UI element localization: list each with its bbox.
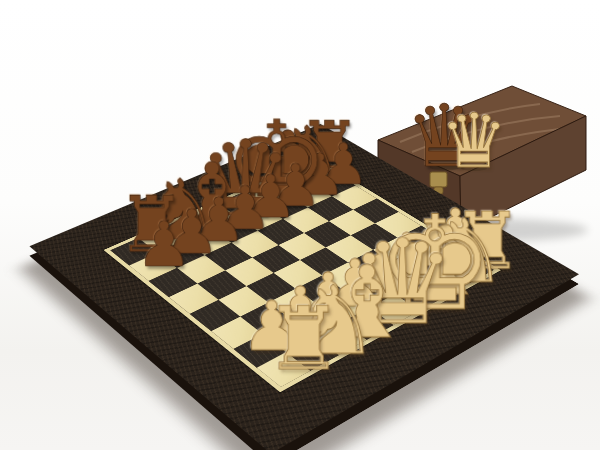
square-e2: ♟: [345, 278, 395, 308]
piece-dark-bishop: ♝: [250, 121, 282, 206]
piece-dark-king: ♚: [224, 105, 256, 221]
board-scene: ♜♞♝♛♚♝♞♜♟♟♟♟♟♟♟♟♟♟♟♟♟♟♟♟♜♞♝♛♚♝♞♜: [0, 0, 600, 450]
square-d4: [274, 260, 323, 289]
square-c7: ♟: [185, 228, 232, 255]
piece-dark-rook: ♜: [298, 112, 329, 182]
piece-dark-rook: ♜: [117, 186, 151, 263]
chess-set-product-photo: ♛ ♛ ♜♞♝♛♚♝♞♜♟♟♟♟♟♟♟♟♟♟♟♟♟♟♟♟♜♞♝♛♚♝♞♜: [0, 0, 600, 450]
piece-light-rook: ♜: [452, 202, 486, 281]
chess-board: ♜♞♝♛♚♝♞♜♟♟♟♟♟♟♟♟♟♟♟♟♟♟♟♟♜♞♝♛♚♝♞♜: [29, 124, 579, 450]
square-h2: ♟: [421, 240, 469, 267]
piece-dark-knight: ♞: [145, 168, 178, 252]
piece-light-pawn: ♟: [428, 201, 462, 263]
piece-dark-knight: ♞: [274, 116, 305, 195]
square-g2: ♟: [396, 252, 445, 280]
square-h5: [353, 198, 399, 223]
piece-dark-bishop: ♝: [172, 152, 205, 241]
piece-dark-queen: ♛: [199, 127, 231, 232]
square-c4: [246, 273, 295, 303]
